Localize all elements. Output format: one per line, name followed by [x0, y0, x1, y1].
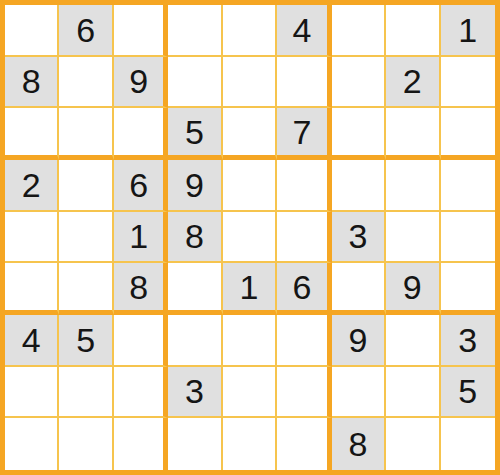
sudoku-cell-given[interactable]: 9	[168, 160, 222, 212]
sudoku-cell-empty[interactable]	[114, 108, 168, 160]
sudoku-cell-given[interactable]: 6	[59, 5, 113, 57]
sudoku-cell-given[interactable]: 1	[114, 212, 168, 264]
sudoku-cell-empty[interactable]	[441, 108, 495, 160]
sudoku-cell-empty[interactable]	[59, 367, 113, 419]
sudoku-cell-given[interactable]: 9	[114, 57, 168, 109]
sudoku-cell-empty[interactable]	[386, 315, 440, 367]
sudoku-cell-empty[interactable]	[5, 418, 59, 470]
sudoku-cell-given[interactable]: 9	[386, 263, 440, 315]
sudoku-cell-empty[interactable]	[386, 5, 440, 57]
sudoku-cell-empty[interactable]	[332, 263, 386, 315]
sudoku-cell-empty[interactable]	[5, 212, 59, 264]
sudoku-cell-empty[interactable]	[441, 212, 495, 264]
sudoku-cell-given[interactable]: 8	[114, 263, 168, 315]
sudoku-cell-given[interactable]: 8	[332, 418, 386, 470]
sudoku-cell-empty[interactable]	[114, 367, 168, 419]
sudoku-cell-empty[interactable]	[386, 160, 440, 212]
sudoku-cell-given[interactable]: 3	[441, 315, 495, 367]
sudoku-cell-empty[interactable]	[223, 57, 277, 109]
sudoku-cell-given[interactable]: 4	[5, 315, 59, 367]
sudoku-board: 6418925726918381694593358	[0, 0, 500, 475]
sudoku-cell-empty[interactable]	[223, 367, 277, 419]
sudoku-cell-given[interactable]: 6	[114, 160, 168, 212]
sudoku-cell-given[interactable]: 9	[332, 315, 386, 367]
sudoku-cell-empty[interactable]	[277, 418, 331, 470]
sudoku-cell-given[interactable]: 4	[277, 5, 331, 57]
sudoku-cell-empty[interactable]	[223, 212, 277, 264]
sudoku-cell-empty[interactable]	[5, 263, 59, 315]
sudoku-cell-given[interactable]: 5	[59, 315, 113, 367]
sudoku-cell-given[interactable]: 1	[441, 5, 495, 57]
sudoku-cell-empty[interactable]	[59, 160, 113, 212]
sudoku-cell-given[interactable]: 5	[441, 367, 495, 419]
sudoku-cell-empty[interactable]	[223, 315, 277, 367]
sudoku-cell-empty[interactable]	[223, 5, 277, 57]
sudoku-cell-given[interactable]: 8	[5, 57, 59, 109]
sudoku-cell-empty[interactable]	[386, 212, 440, 264]
sudoku-cell-empty[interactable]	[386, 367, 440, 419]
sudoku-cell-empty[interactable]	[332, 108, 386, 160]
sudoku-cell-empty[interactable]	[441, 160, 495, 212]
sudoku-cell-empty[interactable]	[223, 418, 277, 470]
sudoku-cell-empty[interactable]	[223, 160, 277, 212]
sudoku-cell-empty[interactable]	[168, 5, 222, 57]
sudoku-cell-empty[interactable]	[168, 57, 222, 109]
sudoku-cell-empty[interactable]	[59, 57, 113, 109]
sudoku-cell-empty[interactable]	[114, 5, 168, 57]
sudoku-cell-empty[interactable]	[223, 108, 277, 160]
sudoku-cell-given[interactable]: 1	[223, 263, 277, 315]
sudoku-cell-empty[interactable]	[332, 5, 386, 57]
sudoku-cell-empty[interactable]	[332, 57, 386, 109]
sudoku-cell-empty[interactable]	[441, 57, 495, 109]
sudoku-cell-empty[interactable]	[5, 108, 59, 160]
sudoku-cell-empty[interactable]	[332, 160, 386, 212]
sudoku-cell-empty[interactable]	[168, 263, 222, 315]
sudoku-cell-empty[interactable]	[386, 108, 440, 160]
sudoku-cell-given[interactable]: 7	[277, 108, 331, 160]
sudoku-cell-given[interactable]: 3	[168, 367, 222, 419]
sudoku-cell-empty[interactable]	[441, 418, 495, 470]
sudoku-cell-given[interactable]: 8	[168, 212, 222, 264]
sudoku-cell-empty[interactable]	[5, 5, 59, 57]
sudoku-cell-empty[interactable]	[59, 212, 113, 264]
sudoku-cell-empty[interactable]	[277, 160, 331, 212]
sudoku-cell-empty[interactable]	[114, 315, 168, 367]
sudoku-cell-empty[interactable]	[386, 418, 440, 470]
sudoku-cell-empty[interactable]	[5, 367, 59, 419]
sudoku-cell-empty[interactable]	[59, 108, 113, 160]
sudoku-cell-given[interactable]: 5	[168, 108, 222, 160]
sudoku-cell-empty[interactable]	[277, 212, 331, 264]
sudoku-cell-empty[interactable]	[332, 367, 386, 419]
sudoku-cell-empty[interactable]	[59, 263, 113, 315]
sudoku-cell-empty[interactable]	[277, 57, 331, 109]
sudoku-cell-given[interactable]: 2	[386, 57, 440, 109]
sudoku-cell-empty[interactable]	[277, 315, 331, 367]
sudoku-cell-given[interactable]: 2	[5, 160, 59, 212]
sudoku-cell-empty[interactable]	[277, 367, 331, 419]
sudoku-cell-empty[interactable]	[168, 418, 222, 470]
sudoku-cell-empty[interactable]	[59, 418, 113, 470]
sudoku-cell-given[interactable]: 6	[277, 263, 331, 315]
sudoku-cell-empty[interactable]	[441, 263, 495, 315]
sudoku-cell-empty[interactable]	[168, 315, 222, 367]
sudoku-cell-empty[interactable]	[114, 418, 168, 470]
sudoku-cell-given[interactable]: 3	[332, 212, 386, 264]
